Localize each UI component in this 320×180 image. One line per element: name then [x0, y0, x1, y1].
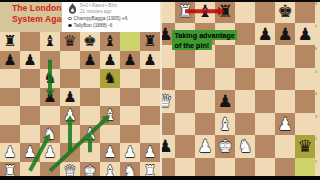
- left-board: ♜♝♛♚♝♜♟♟♟♟♟♟♞♞♟♟♟♝♞♟♟♟♟♟♟♟♜♛♚♝♞♜: [0, 32, 160, 180]
- white-pawn: ♟: [60, 106, 80, 125]
- right-square-f5[interactable]: [255, 68, 275, 91]
- right-square-e6[interactable]: [235, 45, 255, 68]
- rank-label-5: 5: [315, 69, 317, 74]
- black-pawn: ♟: [60, 88, 80, 107]
- white-pawn: ♟: [0, 143, 20, 162]
- right-square-b5[interactable]: [175, 68, 195, 91]
- black-rook: ♜: [140, 32, 160, 51]
- left-square-f4[interactable]: ♝: [100, 106, 120, 125]
- left-square-f6[interactable]: ♞: [100, 69, 120, 88]
- board-divider: [160, 0, 162, 176]
- black-knight: ♞: [40, 69, 60, 88]
- left-square-a6[interactable]: [0, 69, 20, 88]
- left-square-g5[interactable]: [120, 88, 140, 107]
- right-square-d8[interactable]: ♜: [215, 0, 235, 23]
- left-square-c2[interactable]: ♟: [40, 143, 60, 162]
- left-square-a4[interactable]: [0, 106, 20, 125]
- left-square-g2[interactable]: ♟: [120, 143, 140, 162]
- left-square-f8[interactable]: ♝: [100, 32, 120, 51]
- right-square-g6[interactable]: [275, 45, 295, 68]
- black-bishop: ♝: [40, 32, 60, 51]
- right-square-h5[interactable]: [295, 68, 315, 91]
- white-pawn: ♟: [100, 143, 120, 162]
- right-square-h8[interactable]: [295, 0, 315, 23]
- black-queen: ♛: [60, 32, 80, 51]
- left-square-b6[interactable]: [20, 69, 40, 88]
- right-square-h4[interactable]: [295, 90, 315, 113]
- left-square-e7[interactable]: ♟: [80, 51, 100, 70]
- black-king: ♚: [275, 0, 295, 23]
- rank-label-6: 6: [315, 46, 317, 51]
- black-pawn: ♟: [215, 90, 235, 113]
- white-player-row: ChampyBagga (1905) +6: [68, 16, 160, 21]
- rank-label-3: 3: [315, 114, 317, 119]
- left-square-f5[interactable]: [100, 88, 120, 107]
- left-square-e5[interactable]: [80, 88, 100, 107]
- left-square-e2[interactable]: [80, 143, 100, 162]
- lichess-flame-icon: [68, 3, 77, 14]
- right-square-c4[interactable]: [195, 90, 215, 113]
- white-bishop: ♝: [215, 113, 235, 136]
- right-square-f6[interactable]: [255, 45, 275, 68]
- left-square-b5[interactable]: [20, 88, 40, 107]
- left-square-d4[interactable]: ♟: [60, 106, 80, 125]
- right-square-e7[interactable]: [235, 23, 255, 46]
- left-square-c3[interactable]: ♞: [40, 125, 60, 144]
- left-square-c4[interactable]: [40, 106, 60, 125]
- black-pawn: ♟: [295, 23, 315, 46]
- left-square-h6[interactable]: [140, 69, 160, 88]
- left-square-e6[interactable]: [80, 69, 100, 88]
- white-pawn: ♟: [20, 143, 40, 162]
- header-strip: The London System Against c5! 5+0 • Rate…: [0, 0, 160, 32]
- right-square-b4[interactable]: [175, 90, 195, 113]
- left-square-h8[interactable]: ♜: [140, 32, 160, 51]
- left-square-a2[interactable]: ♟: [0, 143, 20, 162]
- right-square-d4[interactable]: ♟: [215, 90, 235, 113]
- black-pawn: ♟: [275, 23, 295, 46]
- rank-label-1: 1: [315, 159, 317, 164]
- left-square-b8[interactable]: [20, 32, 40, 51]
- left-square-a8[interactable]: ♜: [0, 32, 20, 51]
- right-square-b2[interactable]: [175, 135, 195, 158]
- bottom-border: [0, 176, 320, 180]
- black-pawn: ♟: [0, 51, 20, 70]
- white-rook: ♜: [175, 0, 195, 23]
- left-square-d7[interactable]: [60, 51, 80, 70]
- left-square-d5[interactable]: ♟: [60, 88, 80, 107]
- left-square-c6[interactable]: ♞: [40, 69, 60, 88]
- black-pawn: ♟: [140, 51, 160, 70]
- black-knight: ♞: [100, 69, 120, 88]
- right-square-c3[interactable]: [195, 113, 215, 136]
- left-square-b7[interactable]: ♟: [20, 51, 40, 70]
- right-square-g4[interactable]: [275, 90, 295, 113]
- right-square-b8[interactable]: ♜: [175, 0, 195, 23]
- right-square-f2[interactable]: [255, 135, 275, 158]
- left-square-g8[interactable]: [120, 32, 140, 51]
- rank-label-7: 7: [315, 24, 317, 29]
- left-square-a7[interactable]: ♟: [0, 51, 20, 70]
- white-king: ♚: [215, 135, 235, 158]
- left-square-e3[interactable]: ♟: [80, 125, 100, 144]
- black-rook: ♜: [215, 0, 235, 23]
- right-square-e3[interactable]: [235, 113, 255, 136]
- left-square-f7[interactable]: ♟: [100, 51, 120, 70]
- black-king: ♚: [80, 32, 100, 51]
- left-square-e8[interactable]: ♚: [80, 32, 100, 51]
- right-square-e8[interactable]: [235, 0, 255, 23]
- right-square-h6[interactable]: [295, 45, 315, 68]
- white-pawn: ♟: [80, 125, 100, 144]
- right-square-h3[interactable]: [295, 113, 315, 136]
- chess-thumbnail: ♜♝♛♚♝♜♟♟♟♟♟♟♞♞♟♟♟♝♞♟♟♟♟♟♟♟♜♛♚♝♞♜ ♜♝♜♚♟♟♟…: [0, 0, 320, 180]
- right-square-f4[interactable]: [255, 90, 275, 113]
- right-square-c8[interactable]: ♝: [195, 0, 215, 23]
- game-meta: 5+0 • Rated • Blitz: [80, 3, 117, 9]
- right-square-g5[interactable]: [275, 68, 295, 91]
- white-pawn: ♟: [140, 143, 160, 162]
- right-square-h7[interactable]: ♟: [295, 23, 315, 46]
- black-player-icon: [68, 24, 72, 28]
- white-pawn: ♟: [195, 135, 215, 158]
- right-board-rank-coordinates: 87654321: [315, 0, 320, 176]
- game-info-card[interactable]: 5+0 • Rated • Blitz 21 minutes ago Champ…: [62, 0, 160, 32]
- rank-label-2: 2: [315, 136, 317, 141]
- annotation-line-1: Taking advantage: [172, 30, 237, 40]
- right-square-c2[interactable]: ♟: [195, 135, 215, 158]
- white-player-name: ChampyBagga (1905) +6: [74, 16, 128, 21]
- left-square-f3[interactable]: [100, 125, 120, 144]
- black-queen: ♛: [295, 135, 315, 158]
- right-board-annotation: Taking advantage of the pin!: [172, 30, 237, 50]
- right-square-c5[interactable]: [195, 68, 215, 91]
- right-square-e2[interactable]: ♞: [235, 135, 255, 158]
- left-square-h5[interactable]: [140, 88, 160, 107]
- white-bishop: ♝: [100, 106, 120, 125]
- black-player-name: TallyBoo (1888) -6: [74, 23, 113, 28]
- left-square-e4[interactable]: [80, 106, 100, 125]
- white-player-icon: [68, 17, 72, 21]
- left-square-d2[interactable]: [60, 143, 80, 162]
- black-bishop: ♝: [195, 0, 215, 23]
- black-pawn: ♟: [255, 23, 275, 46]
- game-time-ago: 21 minutes ago: [80, 9, 117, 15]
- left-square-b3[interactable]: [20, 125, 40, 144]
- black-pawn: ♟: [20, 51, 40, 70]
- black-pawn: ♟: [80, 51, 100, 70]
- white-knight: ♞: [235, 135, 255, 158]
- white-pawn: ♟: [40, 143, 60, 162]
- rank-label-4: 4: [315, 91, 317, 96]
- top-border: [0, 0, 320, 2]
- left-square-g3[interactable]: [120, 125, 140, 144]
- left-square-d3[interactable]: [60, 125, 80, 144]
- right-square-g3[interactable]: ♟: [275, 113, 295, 136]
- right-square-b3[interactable]: [175, 113, 195, 136]
- left-square-d6[interactable]: [60, 69, 80, 88]
- left-square-c5[interactable]: ♟: [40, 88, 60, 107]
- black-pawn: ♟: [120, 51, 140, 70]
- right-square-e4[interactable]: [235, 90, 255, 113]
- left-square-h4[interactable]: [140, 106, 160, 125]
- left-square-g6[interactable]: [120, 69, 140, 88]
- left-square-b2[interactable]: ♟: [20, 143, 40, 162]
- right-square-d2[interactable]: ♚: [215, 135, 235, 158]
- left-square-h2[interactable]: ♟: [140, 143, 160, 162]
- right-square-e5[interactable]: [235, 68, 255, 91]
- black-rook: ♜: [0, 32, 20, 51]
- right-square-h2[interactable]: ♛: [295, 135, 315, 158]
- black-bishop: ♝: [100, 32, 120, 51]
- left-square-f2[interactable]: ♟: [100, 143, 120, 162]
- white-pawn: ♟: [275, 113, 295, 136]
- left-square-c7[interactable]: [40, 51, 60, 70]
- left-square-a5[interactable]: [0, 88, 20, 107]
- right-square-g2[interactable]: [275, 135, 295, 158]
- left-square-h7[interactable]: ♟: [140, 51, 160, 70]
- left-square-c8[interactable]: ♝: [40, 32, 60, 51]
- right-square-f7[interactable]: ♟: [255, 23, 275, 46]
- right-square-f8[interactable]: [255, 0, 275, 23]
- right-board: ♜♝♜♚♟♟♟♟♛♟♝♟♟♟♚♞♛: [155, 0, 315, 180]
- black-pawn: ♟: [40, 88, 60, 107]
- white-pawn: ♟: [120, 143, 140, 162]
- annotation-line-2: of the pin!: [172, 40, 212, 50]
- left-square-b4[interactable]: [20, 106, 40, 125]
- left-square-g7[interactable]: ♟: [120, 51, 140, 70]
- left-square-d8[interactable]: ♛: [60, 32, 80, 51]
- right-square-d5[interactable]: [215, 68, 235, 91]
- black-player-row: TallyBoo (1888) -6: [68, 23, 160, 28]
- black-pawn: ♟: [100, 51, 120, 70]
- left-square-a3[interactable]: [0, 125, 20, 144]
- right-square-d3[interactable]: ♝: [215, 113, 235, 136]
- white-knight: ♞: [40, 125, 60, 144]
- left-square-h3[interactable]: [140, 125, 160, 144]
- right-square-f3[interactable]: [255, 113, 275, 136]
- right-square-g8[interactable]: ♚: [275, 0, 295, 23]
- left-square-g4[interactable]: [120, 106, 140, 125]
- right-square-g7[interactable]: ♟: [275, 23, 295, 46]
